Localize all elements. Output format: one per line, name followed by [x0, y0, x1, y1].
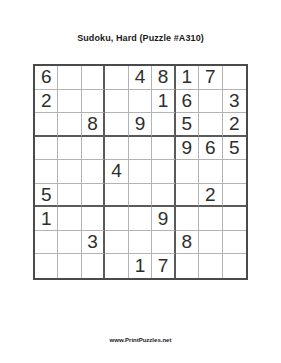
cell-r1c7: 1 [176, 66, 199, 90]
cell-r3c3: 8 [82, 113, 105, 137]
cell-r2c3 [82, 90, 105, 114]
cell-r9c6: 7 [152, 254, 175, 278]
cell-r7c5 [129, 207, 152, 231]
cell-r3c9: 2 [223, 113, 246, 137]
cell-r8c2 [58, 231, 81, 255]
cell-r4c5 [129, 137, 152, 161]
cell-r3c1 [35, 113, 58, 137]
cell-r2c4 [105, 90, 128, 114]
cell-r1c5: 4 [129, 66, 152, 90]
cell-r7c6: 9 [152, 207, 175, 231]
cell-r7c1: 1 [35, 207, 58, 231]
cell-r9c3 [82, 254, 105, 278]
cell-r4c6 [152, 137, 175, 161]
cell-r8c6 [152, 231, 175, 255]
cell-r8c4 [105, 231, 128, 255]
cell-r8c8 [199, 231, 222, 255]
cell-r2c7: 6 [176, 90, 199, 114]
cell-r2c1: 2 [35, 90, 58, 114]
cell-r3c6 [152, 113, 175, 137]
cell-r5c4: 4 [105, 160, 128, 184]
cell-r9c1 [35, 254, 58, 278]
cell-r6c7 [176, 184, 199, 208]
cell-r8c1 [35, 231, 58, 255]
cell-r4c2 [58, 137, 81, 161]
cell-r5c9 [223, 160, 246, 184]
cell-r4c4 [105, 137, 128, 161]
cell-r6c5 [129, 184, 152, 208]
cell-r3c4 [105, 113, 128, 137]
cell-r7c2 [58, 207, 81, 231]
cell-r8c9 [223, 231, 246, 255]
cell-r2c6: 1 [152, 90, 175, 114]
cell-r9c7 [176, 254, 199, 278]
cell-r5c1 [35, 160, 58, 184]
cell-r2c2 [58, 90, 81, 114]
puzzle-title: Sudoku, Hard (Puzzle #A310) [0, 33, 281, 43]
cell-r5c2 [58, 160, 81, 184]
cell-r7c4 [105, 207, 128, 231]
cell-r4c3 [82, 137, 105, 161]
cell-r1c8: 7 [199, 66, 222, 90]
cell-r4c7: 9 [176, 137, 199, 161]
cell-r7c8 [199, 207, 222, 231]
cell-r5c5 [129, 160, 152, 184]
cell-r5c3 [82, 160, 105, 184]
cell-r6c9 [223, 184, 246, 208]
cell-r1c6: 8 [152, 66, 175, 90]
cell-r8c5 [129, 231, 152, 255]
cell-r9c9 [223, 254, 246, 278]
cell-r8c3: 3 [82, 231, 105, 255]
cell-r9c4 [105, 254, 128, 278]
cell-r7c7 [176, 207, 199, 231]
cell-r3c5: 9 [129, 113, 152, 137]
printable-puzzle-page: Sudoku, Hard (Puzzle #A310) 648172163895… [0, 0, 281, 363]
cell-r1c2 [58, 66, 81, 90]
cell-r1c3 [82, 66, 105, 90]
cell-r6c4 [105, 184, 128, 208]
cell-r4c9: 5 [223, 137, 246, 161]
cell-r6c3 [82, 184, 105, 208]
cell-r9c8 [199, 254, 222, 278]
cell-r5c6 [152, 160, 175, 184]
cell-r9c2 [58, 254, 81, 278]
cell-r6c2 [58, 184, 81, 208]
cell-r4c8: 6 [199, 137, 222, 161]
sudoku-board: 6481721638952965452193817 [33, 64, 248, 280]
cell-r3c8 [199, 113, 222, 137]
cell-r3c2 [58, 113, 81, 137]
cell-r5c8 [199, 160, 222, 184]
footer-url: www.PrintPuzzles.net [0, 337, 281, 343]
cell-r6c8: 2 [199, 184, 222, 208]
cell-r2c5 [129, 90, 152, 114]
cell-r6c1: 5 [35, 184, 58, 208]
cell-r6c6 [152, 184, 175, 208]
cell-r2c8 [199, 90, 222, 114]
cell-r8c7: 8 [176, 231, 199, 255]
cell-r1c1: 6 [35, 66, 58, 90]
cell-r4c1 [35, 137, 58, 161]
cell-r3c7: 5 [176, 113, 199, 137]
cell-r7c9 [223, 207, 246, 231]
cell-r1c9 [223, 66, 246, 90]
cell-r1c4 [105, 66, 128, 90]
cell-r7c3 [82, 207, 105, 231]
cell-r2c9: 3 [223, 90, 246, 114]
cell-r5c7 [176, 160, 199, 184]
cell-r9c5: 1 [129, 254, 152, 278]
